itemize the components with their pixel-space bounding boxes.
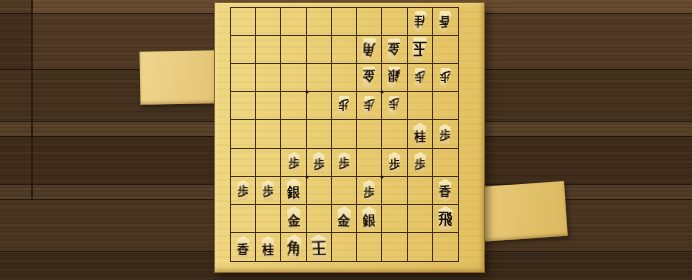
square-2g <box>408 177 433 205</box>
piece-kanji: 香 <box>439 13 452 26</box>
square-3f: 歩 <box>382 149 407 177</box>
square-2i <box>408 233 433 261</box>
square-7e <box>281 120 306 148</box>
square-6a <box>307 8 332 36</box>
square-1d <box>433 92 458 120</box>
board-grid: 桂香角金玉金銀歩歩歩歩歩桂歩歩歩歩歩歩歩歩銀歩香金金銀飛香桂角王 <box>230 7 459 262</box>
komadai-left-empty <box>140 50 219 104</box>
square-6f: 歩 <box>307 149 332 177</box>
piece-kanji: 歩 <box>262 185 274 197</box>
piece-kanji: 金 <box>286 213 301 228</box>
piece-kanji: 歩 <box>237 186 249 198</box>
square-7d <box>281 92 306 120</box>
piece-kanji: 歩 <box>338 98 350 110</box>
piece-kanji: 玉 <box>412 40 428 56</box>
piece-kanji: 桂 <box>262 242 275 255</box>
square-4f <box>357 149 382 177</box>
piece-kanji: 銀 <box>362 213 376 227</box>
piece-kanji: 香 <box>236 242 249 255</box>
piece-sente-金-7h: 金 <box>283 206 304 230</box>
square-3i <box>382 233 407 261</box>
piece-sente-桂-8i: 桂 <box>259 236 278 258</box>
square-9c <box>231 64 256 92</box>
komadai-right-empty <box>475 181 568 242</box>
piece-kanji: 歩 <box>439 129 451 141</box>
piece-kanji: 香 <box>439 185 452 198</box>
square-9g: 歩 <box>231 177 256 205</box>
piece-kanji: 飛 <box>438 212 453 227</box>
piece-kanji: 歩 <box>388 98 400 110</box>
piece-gote-歩-2c: 歩 <box>411 67 429 88</box>
square-2f: 歩 <box>408 149 433 177</box>
piece-sente-香-1g: 香 <box>436 179 455 202</box>
hoshi-dot <box>305 175 308 178</box>
piece-sente-銀-7g: 銀 <box>284 178 304 202</box>
square-4g: 歩 <box>357 177 382 205</box>
square-1i <box>433 233 458 261</box>
square-9f <box>231 149 256 177</box>
square-4h: 銀 <box>357 205 382 233</box>
piece-gote-桂-2a: 桂 <box>410 10 429 33</box>
piece-gote-銀-3c: 銀 <box>384 66 404 90</box>
square-7i: 角 <box>281 233 306 261</box>
square-7b <box>281 36 306 64</box>
shogi-board: 桂香角金玉金銀歩歩歩歩歩桂歩歩歩歩歩歩歩歩銀歩香金金銀飛香桂角王 <box>215 3 484 272</box>
square-6e <box>307 120 332 148</box>
piece-sente-王-6i: 王 <box>307 234 330 260</box>
piece-sente-桂-2e: 桂 <box>410 123 429 145</box>
piece-kanji: 角 <box>362 41 377 56</box>
piece-gote-歩-4d: 歩 <box>360 96 378 117</box>
piece-sente-歩-9g: 歩 <box>234 180 251 200</box>
square-5d: 歩 <box>332 92 357 120</box>
square-9b <box>231 36 256 64</box>
square-8c <box>256 64 281 92</box>
square-2b: 玉 <box>408 36 433 64</box>
piece-gote-金-3b: 金 <box>384 38 405 62</box>
hoshi-dot <box>305 91 308 94</box>
square-4e <box>357 120 382 148</box>
square-3h <box>382 205 407 233</box>
square-2c: 歩 <box>408 64 433 92</box>
piece-gote-歩-3d: 歩 <box>386 96 403 116</box>
square-9e <box>231 120 256 148</box>
piece-gote-金-4c: 金 <box>359 66 379 90</box>
square-5g <box>332 177 357 205</box>
square-3b: 金 <box>382 36 407 64</box>
square-4a <box>357 8 382 36</box>
square-6b <box>307 36 332 64</box>
piece-sente-歩-1e: 歩 <box>437 124 454 144</box>
piece-sente-歩-6f: 歩 <box>310 152 327 172</box>
piece-gote-角-4b: 角 <box>358 37 380 62</box>
square-6c <box>307 64 332 92</box>
square-7g: 銀 <box>281 177 306 205</box>
square-6d <box>307 92 332 120</box>
piece-kanji: 銀 <box>287 185 301 199</box>
piece-kanji: 銀 <box>387 69 401 83</box>
piece-kanji: 金 <box>337 213 352 228</box>
square-9h <box>231 205 256 233</box>
square-3d: 歩 <box>382 92 407 120</box>
piece-sente-飛-1h: 飛 <box>435 206 457 231</box>
square-2h <box>408 205 433 233</box>
square-8h <box>256 205 281 233</box>
piece-gote-玉-2b: 玉 <box>408 37 431 63</box>
piece-sente-歩-3f: 歩 <box>386 152 403 172</box>
square-2d <box>408 92 433 120</box>
square-4c: 金 <box>357 64 382 92</box>
piece-gote-香-1a: 香 <box>436 10 455 32</box>
square-1b <box>433 36 458 64</box>
piece-sente-角-7i: 角 <box>283 234 305 259</box>
square-1h: 飛 <box>433 205 458 233</box>
piece-kanji: 歩 <box>363 186 375 198</box>
square-8f <box>256 149 281 177</box>
piece-kanji: 歩 <box>413 70 425 82</box>
square-8e <box>256 120 281 148</box>
square-7a <box>281 8 306 36</box>
square-3g <box>382 177 407 205</box>
square-5e <box>332 120 357 148</box>
square-8d <box>256 92 281 120</box>
square-7c <box>281 64 306 92</box>
square-4d: 歩 <box>357 92 382 120</box>
square-7h: 金 <box>281 205 306 233</box>
piece-kanji: 歩 <box>338 157 350 169</box>
square-1e: 歩 <box>433 120 458 148</box>
square-7f: 歩 <box>281 149 306 177</box>
shogi-photo-scene: 桂香角金玉金銀歩歩歩歩歩桂歩歩歩歩歩歩歩歩銀歩香金金銀飛香桂角王 <box>0 0 692 280</box>
piece-gote-歩-1c: 歩 <box>437 68 454 88</box>
piece-kanji: 歩 <box>439 70 451 82</box>
piece-kanji: 歩 <box>388 158 400 170</box>
square-1a: 香 <box>433 8 458 36</box>
piece-sente-歩-8g: 歩 <box>259 180 277 201</box>
square-9i: 香 <box>231 233 256 261</box>
piece-kanji: 桂 <box>413 13 426 26</box>
square-8i: 桂 <box>256 233 281 261</box>
piece-sente-金-5h: 金 <box>334 206 355 230</box>
square-2a: 桂 <box>408 8 433 36</box>
square-5f: 歩 <box>332 149 357 177</box>
square-3a <box>382 8 407 36</box>
piece-kanji: 歩 <box>413 157 425 169</box>
square-6g <box>307 177 332 205</box>
hoshi-dot <box>381 175 384 178</box>
square-6i: 王 <box>307 233 332 261</box>
piece-kanji: 桂 <box>413 129 426 142</box>
piece-kanji: 金 <box>387 41 402 56</box>
square-5a <box>332 8 357 36</box>
square-9a <box>231 8 256 36</box>
square-8g: 歩 <box>256 177 281 205</box>
square-1f <box>433 149 458 177</box>
hoshi-dot <box>381 91 384 94</box>
square-3c: 銀 <box>382 64 407 92</box>
square-9d <box>231 92 256 120</box>
square-8a <box>256 8 281 36</box>
piece-gote-歩-5d: 歩 <box>335 96 352 116</box>
square-5b <box>332 36 357 64</box>
square-3e <box>382 120 407 148</box>
piece-kanji: 金 <box>362 69 376 83</box>
square-8b <box>256 36 281 64</box>
square-2e: 桂 <box>408 120 433 148</box>
piece-kanji: 歩 <box>313 157 325 169</box>
piece-sente-歩-2f: 歩 <box>411 152 429 173</box>
square-6h <box>307 205 332 233</box>
piece-sente-香-9i: 香 <box>233 236 252 259</box>
square-5h: 金 <box>332 205 357 233</box>
square-5i <box>332 233 357 261</box>
piece-sente-銀-4h: 銀 <box>359 206 379 230</box>
square-1c: 歩 <box>433 64 458 92</box>
square-4i <box>357 233 382 261</box>
piece-kanji: 角 <box>286 241 301 256</box>
square-4b: 角 <box>357 36 382 64</box>
piece-kanji: 歩 <box>363 98 375 110</box>
piece-sente-歩-4g: 歩 <box>361 180 378 200</box>
piece-sente-歩-5f: 歩 <box>335 152 352 172</box>
piece-kanji: 歩 <box>287 157 299 169</box>
square-5c <box>332 64 357 92</box>
piece-kanji: 王 <box>311 240 328 257</box>
piece-sente-歩-7f: 歩 <box>285 152 303 173</box>
square-1g: 香 <box>433 177 458 205</box>
